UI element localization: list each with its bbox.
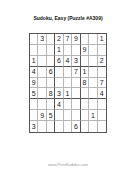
cell-r9c2 — [38, 121, 46, 132]
footer-url: www.PrintSudoku.com — [0, 162, 136, 167]
cell-r6c7 — [81, 88, 89, 99]
cell-r4c5 — [64, 67, 72, 78]
cell-r3c4: 6 — [55, 56, 63, 67]
cell-r2c1 — [30, 45, 38, 56]
cell-r2c6 — [72, 45, 80, 56]
cell-r4c7: 1 — [81, 67, 89, 78]
sudoku-board: 327911916432467198758314495136 — [29, 33, 107, 133]
cell-r2c2 — [38, 45, 46, 56]
cell-r6c4: 3 — [55, 88, 63, 99]
cell-r4c3: 6 — [47, 67, 55, 78]
cell-r2c3 — [47, 45, 55, 56]
sudoku-print-page: Sudoku, Easy (Puzzle #A309) 327911916432… — [0, 0, 136, 176]
cell-r2c5 — [64, 45, 72, 56]
cell-r7c3 — [47, 99, 55, 110]
cell-r1c4: 2 — [55, 34, 63, 45]
cell-r6c1: 5 — [30, 88, 38, 99]
cell-r6c6 — [72, 88, 80, 99]
cell-r7c2 — [38, 99, 46, 110]
cell-r9c5 — [64, 121, 72, 132]
cell-r3c9: 2 — [98, 56, 106, 67]
cell-r2c9 — [98, 45, 106, 56]
cell-r5c5 — [64, 78, 72, 89]
puzzle-title: Sudoku, Easy (Puzzle #A309) — [0, 15, 136, 21]
cell-r2c8 — [89, 45, 97, 56]
cell-r5c6 — [72, 78, 80, 89]
cell-r3c8 — [89, 56, 97, 67]
cell-r3c6: 3 — [72, 56, 80, 67]
cell-r7c7 — [81, 99, 89, 110]
cell-r8c8: 1 — [89, 110, 97, 121]
cell-r1c9: 1 — [98, 34, 106, 45]
cell-r1c6: 9 — [72, 34, 80, 45]
cell-r8c4 — [55, 110, 63, 121]
cell-r8c3: 5 — [47, 110, 55, 121]
cell-r7c8 — [89, 99, 97, 110]
cell-r7c6 — [72, 99, 80, 110]
cell-r8c9 — [98, 110, 106, 121]
cell-r5c8 — [89, 78, 97, 89]
cell-r6c3: 8 — [47, 88, 55, 99]
cell-r4c4 — [55, 67, 63, 78]
cell-r9c4 — [55, 121, 63, 132]
cell-r5c4 — [55, 78, 63, 89]
cell-r2c7: 9 — [81, 45, 89, 56]
cell-r1c5: 7 — [64, 34, 72, 45]
cell-r5c7: 8 — [81, 78, 89, 89]
cell-r4c2 — [38, 67, 46, 78]
cell-r8c7 — [81, 110, 89, 121]
cell-r9c8 — [89, 121, 97, 132]
cell-r5c2 — [38, 78, 46, 89]
cell-r4c8 — [89, 67, 97, 78]
cell-r7c5 — [64, 99, 72, 110]
cell-r3c2 — [38, 56, 46, 67]
cell-r7c9 — [98, 99, 106, 110]
cell-r1c1 — [30, 34, 38, 45]
cell-r6c5: 1 — [64, 88, 72, 99]
cell-r6c8 — [89, 88, 97, 99]
cell-r1c7 — [81, 34, 89, 45]
cell-r1c3 — [47, 34, 55, 45]
cell-r5c3 — [47, 78, 55, 89]
cell-r7c1 — [30, 99, 38, 110]
cell-r7c4: 4 — [55, 99, 63, 110]
cell-r3c1: 1 — [30, 56, 38, 67]
cell-r3c7 — [81, 56, 89, 67]
cell-r6c9: 4 — [98, 88, 106, 99]
cell-r9c1: 3 — [30, 121, 38, 132]
cell-r9c3 — [47, 121, 55, 132]
cell-r9c9 — [98, 121, 106, 132]
cell-r3c3 — [47, 56, 55, 67]
cell-r8c6 — [72, 110, 80, 121]
cell-r4c9 — [98, 67, 106, 78]
cell-r2c4: 1 — [55, 45, 63, 56]
cell-r9c7 — [81, 121, 89, 132]
cell-r1c8 — [89, 34, 97, 45]
cell-r6c2 — [38, 88, 46, 99]
cell-r4c6: 7 — [72, 67, 80, 78]
cell-r5c9: 7 — [98, 78, 106, 89]
cell-r9c6: 6 — [72, 121, 80, 132]
cell-r8c2: 9 — [38, 110, 46, 121]
cell-r5c1: 9 — [30, 78, 38, 89]
cell-r8c5 — [64, 110, 72, 121]
cell-r3c5: 4 — [64, 56, 72, 67]
cell-r8c1 — [30, 110, 38, 121]
cell-r1c2: 3 — [38, 34, 46, 45]
cell-r4c1: 4 — [30, 67, 38, 78]
